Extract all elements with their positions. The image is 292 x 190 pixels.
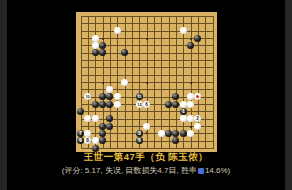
grid-line-v (154, 16, 155, 149)
move-number-label: 10 (85, 93, 92, 100)
white-stone (114, 101, 121, 108)
white-stone (180, 101, 187, 108)
analysis-text-post: 14.6%) (205, 166, 230, 175)
white-stone (92, 42, 99, 49)
white-stone: 6 (143, 101, 150, 108)
star-point (146, 82, 148, 84)
move-number-label: 3 (136, 130, 143, 137)
black-stone (180, 130, 187, 137)
move-number-label: 8 (85, 137, 92, 144)
white-stone (92, 35, 99, 42)
white-stone (143, 123, 150, 130)
black-stone (99, 137, 106, 144)
white-stone (180, 115, 187, 122)
grid-line-h (81, 148, 214, 149)
black-stone (77, 108, 84, 115)
black-stone: 9 (77, 137, 84, 144)
black-stone (106, 123, 113, 130)
white-stone (84, 115, 91, 122)
white-stone (158, 130, 165, 137)
white-stone (187, 101, 194, 108)
move-number-label: 9 (77, 137, 84, 144)
white-stone (92, 137, 99, 144)
move-number-label: 1 (180, 108, 187, 115)
captured-move-number-label: 4 (143, 130, 150, 137)
black-stone (121, 49, 128, 56)
white-stone (106, 86, 113, 93)
black-stone (106, 115, 113, 122)
black-stone (99, 101, 106, 108)
black-stone: 3 (136, 130, 143, 137)
black-stone (92, 49, 99, 56)
black-stone (99, 42, 106, 49)
white-stone: 2 (194, 115, 201, 122)
move-number-label: 5 (136, 137, 143, 144)
move-number-label: 12 (136, 101, 143, 108)
black-stone (165, 101, 172, 108)
white-stone (187, 93, 194, 100)
black-stone (99, 123, 106, 130)
black-stone: 5 (136, 137, 143, 144)
white-stone (180, 27, 187, 34)
black-stone (172, 137, 179, 144)
last-move-red-dot (196, 95, 199, 98)
white-stone: 10 (84, 93, 91, 100)
move-number-label: 7 (77, 130, 84, 137)
white-stone (114, 27, 121, 34)
black-stone (194, 35, 201, 42)
black-stone (106, 101, 113, 108)
white-stone (187, 130, 194, 137)
black-stone (172, 130, 179, 137)
star-point (102, 38, 104, 40)
white-stone: 12 (136, 101, 143, 108)
white-stone (121, 79, 128, 86)
black-stone (99, 130, 106, 137)
grid-line-v (213, 16, 214, 149)
black-stone: 7 (77, 130, 84, 137)
analysis-text-pre: (评分: 5.17, 失误, 目数损失4.7目, 胜率 (62, 166, 197, 175)
star-point (190, 126, 192, 128)
white-stone (187, 115, 194, 122)
grid-line-h (81, 111, 214, 112)
go-board[interactable]: 111739510126284 (76, 12, 217, 152)
black-stone (92, 101, 99, 108)
black-stone (99, 93, 106, 100)
move-title: 王世一第47手（负 陈玉侬） (0, 151, 292, 164)
black-stone (187, 42, 194, 49)
grid-line-h (81, 89, 214, 90)
winrate-drop-icon (198, 168, 204, 174)
white-stone (194, 93, 201, 100)
black-stone (106, 93, 113, 100)
white-stone (92, 115, 99, 122)
white-stone (194, 123, 201, 130)
white-stone (84, 130, 91, 137)
black-stone: 11 (136, 93, 143, 100)
black-stone: 1 (180, 108, 187, 115)
white-stone (114, 93, 121, 100)
star-point (190, 82, 192, 84)
black-stone (99, 49, 106, 56)
black-stone (172, 93, 179, 100)
black-stone (172, 101, 179, 108)
analysis-line: (评分: 5.17, 失误, 目数损失4.7目, 胜率14.6%) (0, 165, 292, 176)
app-screen: 111739510126284 王世一第47手（负 陈玉侬） (评分: 5.17… (0, 0, 292, 190)
move-number-label: 2 (195, 115, 202, 122)
move-number-label: 6 (143, 101, 150, 108)
star-point (102, 82, 104, 84)
star-point (146, 38, 148, 40)
white-stone: 8 (84, 137, 91, 144)
black-stone (165, 130, 172, 137)
grid-line-v (205, 16, 206, 149)
move-number-label: 11 (136, 93, 143, 100)
star-point (190, 38, 192, 40)
